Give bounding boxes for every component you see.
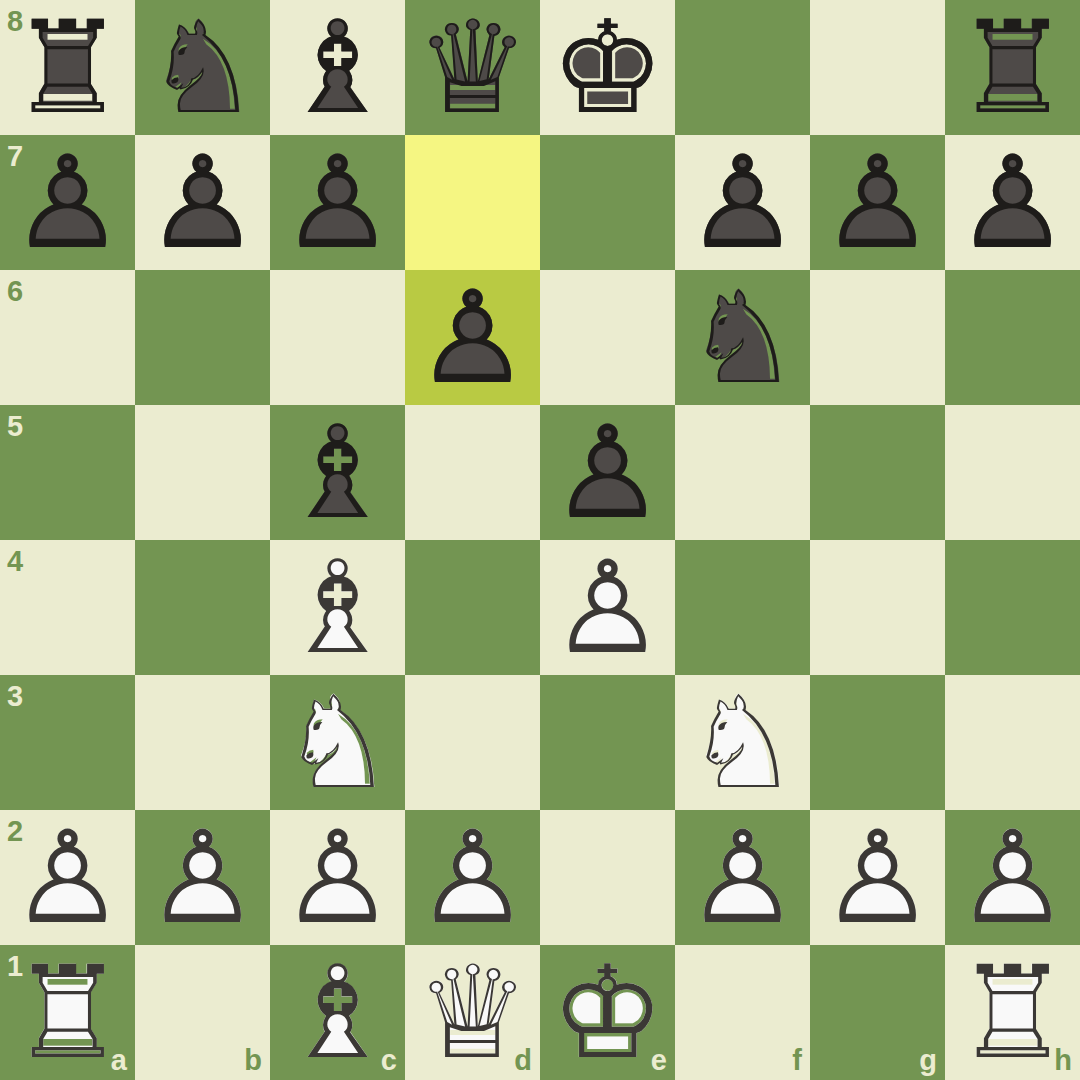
- square-g1[interactable]: g: [810, 945, 945, 1080]
- square-h4[interactable]: [945, 540, 1080, 675]
- square-a6[interactable]: 6: [0, 270, 135, 405]
- square-h7[interactable]: ♟♙: [945, 135, 1080, 270]
- piece-glyph-outline: ♙: [540, 405, 675, 540]
- piece-white-pawn[interactable]: ♟♙: [540, 540, 675, 675]
- square-b2[interactable]: ♟♙: [135, 810, 270, 945]
- piece-glyph-outline: ♗: [270, 0, 405, 135]
- square-g2[interactable]: ♟♙: [810, 810, 945, 945]
- piece-glyph-outline: ♙: [270, 810, 405, 945]
- piece-black-pawn[interactable]: ♟♙: [135, 135, 270, 270]
- square-e7[interactable]: [540, 135, 675, 270]
- square-e2[interactable]: [540, 810, 675, 945]
- square-c1[interactable]: c♝♗: [270, 945, 405, 1080]
- square-g7[interactable]: ♟♙: [810, 135, 945, 270]
- square-h3[interactable]: [945, 675, 1080, 810]
- piece-white-bishop[interactable]: ♝♗: [270, 945, 405, 1080]
- square-e5[interactable]: ♟♙: [540, 405, 675, 540]
- piece-black-pawn[interactable]: ♟♙: [945, 135, 1080, 270]
- square-d1[interactable]: d♛♕: [405, 945, 540, 1080]
- piece-glyph-outline: ♙: [0, 135, 135, 270]
- piece-white-knight[interactable]: ♞♘: [270, 675, 405, 810]
- piece-black-knight[interactable]: ♞♘: [135, 0, 270, 135]
- piece-black-pawn[interactable]: ♟♙: [810, 135, 945, 270]
- square-a8[interactable]: 8♜♖: [0, 0, 135, 135]
- piece-white-rook[interactable]: ♜♖: [0, 945, 135, 1080]
- piece-black-pawn[interactable]: ♟♙: [270, 135, 405, 270]
- piece-white-bishop[interactable]: ♝♗: [270, 540, 405, 675]
- square-a2[interactable]: 2♟♙: [0, 810, 135, 945]
- piece-black-queen[interactable]: ♛♕: [405, 0, 540, 135]
- square-e6[interactable]: [540, 270, 675, 405]
- piece-glyph-outline: ♙: [945, 135, 1080, 270]
- square-f7[interactable]: ♟♙: [675, 135, 810, 270]
- square-d2[interactable]: ♟♙: [405, 810, 540, 945]
- square-d7[interactable]: [405, 135, 540, 270]
- piece-glyph-outline: ♙: [405, 270, 540, 405]
- piece-white-pawn[interactable]: ♟♙: [810, 810, 945, 945]
- piece-glyph-outline: ♙: [675, 810, 810, 945]
- square-b1[interactable]: b: [135, 945, 270, 1080]
- square-c6[interactable]: [270, 270, 405, 405]
- piece-glyph-outline: ♙: [135, 135, 270, 270]
- piece-glyph-outline: ♙: [405, 810, 540, 945]
- piece-white-pawn[interactable]: ♟♙: [0, 810, 135, 945]
- piece-glyph-outline: ♖: [0, 0, 135, 135]
- square-g6[interactable]: [810, 270, 945, 405]
- piece-black-pawn[interactable]: ♟♙: [0, 135, 135, 270]
- piece-black-bishop[interactable]: ♝♗: [270, 405, 405, 540]
- piece-glyph-outline: ♘: [675, 270, 810, 405]
- file-label-f: f: [792, 1046, 802, 1075]
- piece-black-rook[interactable]: ♜♖: [945, 0, 1080, 135]
- piece-glyph-outline: ♙: [810, 135, 945, 270]
- square-b5[interactable]: [135, 405, 270, 540]
- piece-white-pawn[interactable]: ♟♙: [270, 810, 405, 945]
- square-b7[interactable]: ♟♙: [135, 135, 270, 270]
- square-h1[interactable]: h♜♖: [945, 945, 1080, 1080]
- piece-glyph-outline: ♙: [810, 810, 945, 945]
- piece-glyph-outline: ♗: [270, 540, 405, 675]
- square-c7[interactable]: ♟♙: [270, 135, 405, 270]
- piece-black-rook[interactable]: ♜♖: [0, 0, 135, 135]
- piece-white-queen[interactable]: ♛♕: [405, 945, 540, 1080]
- piece-glyph-outline: ♙: [135, 810, 270, 945]
- piece-glyph-outline: ♘: [270, 675, 405, 810]
- square-a7[interactable]: 7♟♙: [0, 135, 135, 270]
- square-f3[interactable]: ♞♘: [675, 675, 810, 810]
- square-b4[interactable]: [135, 540, 270, 675]
- piece-glyph-outline: ♗: [270, 405, 405, 540]
- rank-label-5: 5: [7, 412, 23, 441]
- piece-white-pawn[interactable]: ♟♙: [135, 810, 270, 945]
- piece-glyph-outline: ♙: [675, 135, 810, 270]
- piece-glyph-outline: ♔: [540, 0, 675, 135]
- square-a1[interactable]: 1a♜♖: [0, 945, 135, 1080]
- file-label-g: g: [919, 1046, 937, 1075]
- square-g5[interactable]: [810, 405, 945, 540]
- square-a5[interactable]: 5: [0, 405, 135, 540]
- piece-black-king[interactable]: ♚♔: [540, 0, 675, 135]
- rank-label-6: 6: [7, 277, 23, 306]
- piece-white-rook[interactable]: ♜♖: [945, 945, 1080, 1080]
- square-a3[interactable]: 3: [0, 675, 135, 810]
- piece-white-pawn[interactable]: ♟♙: [945, 810, 1080, 945]
- piece-glyph-outline: ♙: [270, 135, 405, 270]
- piece-glyph-outline: ♖: [945, 945, 1080, 1080]
- square-c3[interactable]: ♞♘: [270, 675, 405, 810]
- square-d5[interactable]: [405, 405, 540, 540]
- square-g4[interactable]: [810, 540, 945, 675]
- square-f1[interactable]: f: [675, 945, 810, 1080]
- chess-board: 8♜♖♞♘♝♗♛♕♚♔♜♖7♟♙♟♙♟♙♟♙♟♙♟♙6♟♙♞♘5♝♗♟♙4♝♗♟…: [0, 0, 1080, 1080]
- square-e8[interactable]: ♚♔: [540, 0, 675, 135]
- square-h5[interactable]: [945, 405, 1080, 540]
- square-b3[interactable]: [135, 675, 270, 810]
- square-d4[interactable]: [405, 540, 540, 675]
- square-b8[interactable]: ♞♘: [135, 0, 270, 135]
- square-b6[interactable]: [135, 270, 270, 405]
- square-e1[interactable]: e♚♔: [540, 945, 675, 1080]
- square-a4[interactable]: 4: [0, 540, 135, 675]
- square-f4[interactable]: [675, 540, 810, 675]
- piece-black-pawn[interactable]: ♟♙: [405, 270, 540, 405]
- square-f5[interactable]: [675, 405, 810, 540]
- square-d6[interactable]: ♟♙: [405, 270, 540, 405]
- square-c8[interactable]: ♝♗: [270, 0, 405, 135]
- square-f8[interactable]: [675, 0, 810, 135]
- square-h8[interactable]: ♜♖: [945, 0, 1080, 135]
- piece-black-bishop[interactable]: ♝♗: [270, 0, 405, 135]
- square-g8[interactable]: [810, 0, 945, 135]
- square-f6[interactable]: ♞♘: [675, 270, 810, 405]
- square-e4[interactable]: ♟♙: [540, 540, 675, 675]
- piece-black-pawn[interactable]: ♟♙: [675, 135, 810, 270]
- piece-white-knight[interactable]: ♞♘: [675, 675, 810, 810]
- piece-black-pawn[interactable]: ♟♙: [540, 405, 675, 540]
- square-d3[interactable]: [405, 675, 540, 810]
- piece-glyph-outline: ♙: [540, 540, 675, 675]
- square-c2[interactable]: ♟♙: [270, 810, 405, 945]
- piece-glyph-outline: ♕: [405, 0, 540, 135]
- square-c4[interactable]: ♝♗: [270, 540, 405, 675]
- rank-label-4: 4: [7, 547, 23, 576]
- file-label-b: b: [244, 1046, 262, 1075]
- piece-glyph-outline: ♗: [270, 945, 405, 1080]
- piece-black-knight[interactable]: ♞♘: [675, 270, 810, 405]
- piece-glyph-outline: ♘: [675, 675, 810, 810]
- piece-glyph-outline: ♖: [945, 0, 1080, 135]
- square-h2[interactable]: ♟♙: [945, 810, 1080, 945]
- rank-label-3: 3: [7, 682, 23, 711]
- square-g3[interactable]: [810, 675, 945, 810]
- piece-glyph-outline: ♕: [405, 945, 540, 1080]
- piece-white-king[interactable]: ♚♔: [540, 945, 675, 1080]
- square-c5[interactable]: ♝♗: [270, 405, 405, 540]
- square-d8[interactable]: ♛♕: [405, 0, 540, 135]
- piece-glyph-outline: ♖: [0, 945, 135, 1080]
- square-f2[interactable]: ♟♙: [675, 810, 810, 945]
- piece-white-pawn[interactable]: ♟♙: [675, 810, 810, 945]
- piece-white-pawn[interactable]: ♟♙: [405, 810, 540, 945]
- piece-glyph-outline: ♙: [945, 810, 1080, 945]
- piece-glyph-outline: ♔: [540, 945, 675, 1080]
- piece-glyph-outline: ♙: [0, 810, 135, 945]
- square-h6[interactable]: [945, 270, 1080, 405]
- square-e3[interactable]: [540, 675, 675, 810]
- piece-glyph-outline: ♘: [135, 0, 270, 135]
